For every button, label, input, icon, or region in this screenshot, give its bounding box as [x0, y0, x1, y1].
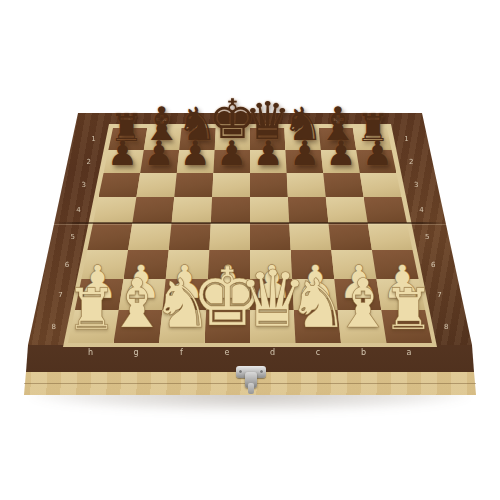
square	[174, 173, 213, 197]
rank-label-right: 5	[425, 233, 429, 241]
square	[212, 173, 250, 197]
clasp-latch	[233, 363, 269, 397]
rank-label-right: 6	[431, 261, 435, 269]
square	[287, 173, 326, 197]
file-label-bottom: f	[180, 348, 183, 357]
rank-label-left: 7	[58, 291, 62, 299]
piece-dark-pawn: ♟	[289, 136, 319, 170]
square	[328, 223, 371, 250]
square	[209, 223, 250, 250]
piece-dark-pawn: ♟	[144, 136, 174, 170]
square	[172, 197, 213, 223]
square	[99, 173, 141, 197]
square	[136, 173, 176, 197]
square	[169, 223, 211, 250]
piece-light-rook: ♜	[383, 281, 434, 338]
file-label-bottom: c	[316, 348, 321, 357]
piece-dark-pawn: ♟	[326, 136, 356, 170]
square	[250, 223, 291, 250]
rank-label-right: 1	[404, 135, 408, 143]
square	[250, 197, 289, 223]
rank-label-left: 5	[71, 233, 75, 241]
product-photo: 1234567812345678hgfedcbahgfedcba ♜♝♞♚♛♞♝…	[0, 0, 500, 500]
rank-label-right: 4	[419, 206, 423, 214]
square	[288, 197, 329, 223]
rank-label-right: 8	[444, 323, 448, 331]
square	[132, 197, 174, 223]
rank-label-left: 8	[51, 323, 55, 331]
clasp-screw	[239, 370, 242, 373]
file-label-bottom: h	[88, 348, 94, 357]
rank-label-left: 4	[76, 206, 80, 214]
piece-dark-pawn: ♟	[217, 136, 247, 170]
square	[368, 223, 413, 250]
square	[93, 197, 136, 223]
piece-dark-pawn: ♟	[362, 136, 392, 170]
rank-label-left: 6	[65, 261, 69, 269]
square	[326, 197, 368, 223]
piece-dark-pawn: ♟	[107, 136, 137, 170]
rank-label-right: 7	[437, 291, 441, 299]
rank-label-left: 1	[91, 135, 95, 143]
square	[87, 223, 132, 250]
square	[323, 173, 363, 197]
square	[211, 197, 250, 223]
clasp-tongue	[248, 383, 254, 394]
rank-label-right: 2	[409, 158, 413, 166]
square	[364, 197, 407, 223]
piece-dark-pawn: ♟	[180, 136, 210, 170]
rank-label-left: 2	[87, 158, 91, 166]
file-label-bottom: a	[407, 348, 412, 357]
square	[250, 173, 288, 197]
square	[289, 223, 331, 250]
square	[360, 173, 402, 197]
file-label-bottom: b	[361, 348, 367, 357]
file-label-bottom: d	[270, 348, 276, 357]
file-label-bottom: g	[133, 348, 139, 357]
rank-label-left: 3	[82, 181, 86, 189]
piece-dark-pawn: ♟	[253, 136, 283, 170]
clasp-screw	[260, 370, 263, 373]
rank-label-right: 3	[414, 181, 418, 189]
file-label-bottom: e	[225, 348, 230, 357]
square	[128, 223, 171, 250]
